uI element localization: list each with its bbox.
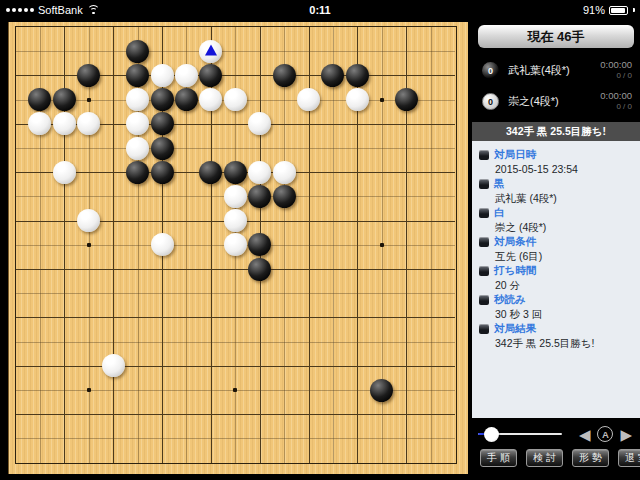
grid-line-h (16, 269, 456, 270)
move-order-button[interactable]: 手順 (480, 449, 517, 467)
detail-label: 秒読み (494, 293, 526, 307)
grid-line-h (16, 366, 456, 367)
list-bullet-icon (479, 266, 489, 276)
white-stone (273, 161, 296, 184)
white-stone (126, 137, 149, 160)
detail-value: 342手 黒 25.5目勝ち! (479, 336, 633, 350)
white-stone (175, 64, 198, 87)
detail-item: 対局日時2015-05-15 23:54 (479, 148, 633, 176)
white-stone (224, 88, 247, 111)
white-player-time: 0:00:00 (600, 91, 632, 102)
position-eval-button[interactable]: 形勢 (572, 449, 609, 467)
black-stone (175, 88, 198, 111)
game-details: 対局日時2015-05-15 23:54黒武礼葉 (4段*)白崇之 (4段*)対… (472, 141, 640, 418)
last-move-triangle-marker (205, 45, 217, 56)
list-bullet-icon (479, 150, 489, 160)
black-stone (151, 161, 174, 184)
grid-line-v (431, 27, 432, 463)
white-stone (53, 161, 76, 184)
sidebar: 現在 46手 0 武礼葉(4段*) 0:00:00 0 / 0 0 崇之(4段*… (472, 20, 640, 480)
battery-icon (609, 6, 628, 15)
status-bar: SoftBank 0:11 91% (0, 0, 640, 20)
player-list: 0 武礼葉(4段*) 0:00:00 0 / 0 0 崇之(4段*) 0:00:… (472, 48, 640, 117)
black-stone (151, 112, 174, 135)
grid-line-h (16, 293, 456, 294)
black-stone (53, 88, 76, 111)
black-stone (273, 64, 296, 87)
list-bullet-icon (479, 179, 489, 189)
action-buttons: 手順検討形勢退室 (478, 449, 634, 467)
black-stone (126, 64, 149, 87)
white-stone (102, 354, 125, 377)
white-stone (224, 209, 247, 232)
next-move-button[interactable]: ▶ (620, 427, 632, 442)
detail-value: 崇之 (4段*) (479, 220, 633, 234)
result-banner: 342手 黒 25.5目勝ち! (472, 122, 640, 141)
list-bullet-icon (479, 208, 489, 218)
carrier-label: SoftBank (38, 4, 83, 16)
white-stone (53, 112, 76, 135)
leave-room-button[interactable]: 退室 (618, 449, 640, 467)
black-stone (346, 64, 369, 87)
board-panel (0, 20, 472, 480)
app-screen: SoftBank 0:11 91% 現在 46手 0 武礼葉(4段*) 0:00… (0, 0, 640, 480)
player-row-white: 0 崇之(4段*) 0:00:00 0 / 0 (482, 86, 632, 117)
black-stone (248, 185, 271, 208)
black-stone (248, 258, 271, 281)
white-player-name: 崇之(4段*) (508, 94, 600, 109)
white-stone (346, 88, 369, 111)
black-stone (273, 185, 296, 208)
list-bullet-icon (479, 237, 489, 247)
detail-item: 対局条件互先 (6目) (479, 235, 633, 263)
star-point (87, 98, 91, 102)
black-player-time: 0:00:00 (600, 60, 632, 71)
playback-controls: ◀ A ▶ 手順検討形勢退室 (472, 418, 640, 480)
black-stone (370, 379, 393, 402)
white-stone (151, 64, 174, 87)
list-bullet-icon (479, 324, 489, 334)
detail-item: 対局結果342手 黒 25.5目勝ち! (479, 322, 633, 350)
black-stone-badge: 0 (482, 62, 499, 79)
star-point (87, 243, 91, 247)
detail-value: 2015-05-15 23:54 (479, 162, 633, 176)
detail-label: 対局結果 (494, 322, 536, 336)
detail-value: 20 分 (479, 278, 633, 292)
black-stone (151, 137, 174, 160)
grid-line-v (333, 27, 334, 463)
grid-line-h (16, 342, 456, 343)
black-stone (126, 161, 149, 184)
white-stone-badge: 0 (482, 93, 499, 110)
star-point (87, 388, 91, 392)
detail-value: 武礼葉 (4段*) (479, 191, 633, 205)
white-player-periods: 0 / 0 (600, 102, 632, 111)
star-point (233, 388, 237, 392)
star-point (380, 243, 384, 247)
grid-line-v (284, 27, 285, 463)
detail-label: 対局日時 (494, 148, 536, 162)
prev-move-button[interactable]: ◀ (579, 427, 591, 442)
clock-label: 0:11 (150, 4, 490, 16)
player-row-black: 0 武礼葉(4段*) 0:00:00 0 / 0 (482, 55, 632, 86)
list-bullet-icon (479, 295, 489, 305)
grid-line-h (16, 414, 456, 415)
grid-line-h (16, 317, 456, 318)
detail-item: 秒読み30 秒 3 回 (479, 293, 633, 321)
go-board[interactable] (8, 22, 468, 474)
detail-value: 30 秒 3 回 (479, 307, 633, 321)
detail-label: 黒 (494, 177, 505, 191)
detail-label: 対局条件 (494, 235, 536, 249)
move-slider[interactable] (478, 426, 562, 442)
black-stone (77, 64, 100, 87)
star-point (380, 98, 384, 102)
white-stone (297, 88, 320, 111)
black-stone (395, 88, 418, 111)
black-player-periods: 0 / 0 (600, 71, 632, 80)
signal-strength-icon (6, 8, 34, 12)
auto-play-button[interactable]: A (597, 426, 613, 442)
black-stone (126, 40, 149, 63)
black-stone (199, 161, 222, 184)
review-button[interactable]: 検討 (526, 449, 563, 467)
white-stone (151, 233, 174, 256)
black-stone (224, 161, 247, 184)
detail-label: 白 (494, 206, 505, 220)
white-stone (224, 185, 247, 208)
white-stone (248, 161, 271, 184)
slider-thumb[interactable] (484, 427, 499, 442)
detail-item: 黒武礼葉 (4段*) (479, 177, 633, 205)
black-stone (151, 88, 174, 111)
detail-item: 打ち時間20 分 (479, 264, 633, 292)
battery-percent-label: 91% (583, 4, 605, 16)
grid-line-h (16, 438, 456, 439)
current-move-header: 現在 46手 (478, 25, 634, 48)
white-stone (224, 233, 247, 256)
black-player-name: 武礼葉(4段*) (508, 63, 600, 78)
detail-item: 白崇之 (4段*) (479, 206, 633, 234)
detail-label: 打ち時間 (494, 264, 536, 278)
detail-value: 互先 (6目) (479, 249, 633, 263)
wifi-icon (87, 5, 101, 16)
white-stone (199, 40, 222, 63)
